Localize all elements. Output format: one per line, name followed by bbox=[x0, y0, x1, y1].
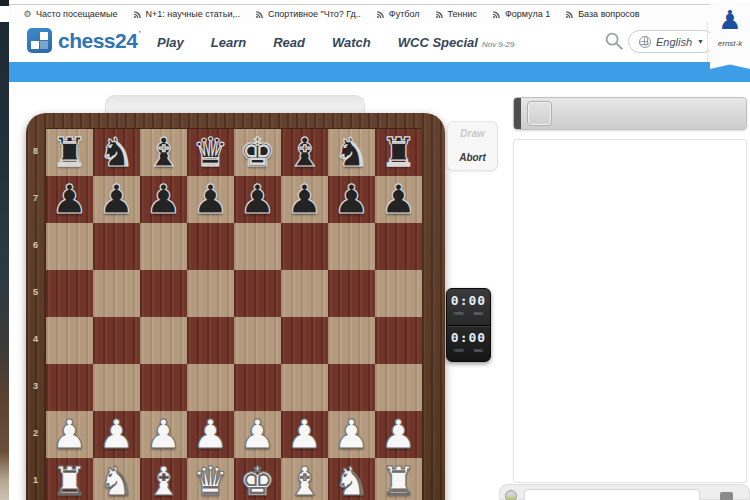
square-d7[interactable]: ♟ bbox=[187, 176, 234, 223]
abort-button[interactable]: Abort bbox=[448, 146, 497, 170]
clock-top-sec-label: sec bbox=[474, 310, 483, 316]
chess24-logo-icon bbox=[27, 28, 52, 53]
clock-bottom-sec-label: sec bbox=[474, 347, 483, 353]
square-e3[interactable] bbox=[234, 364, 281, 411]
square-c3[interactable] bbox=[140, 364, 187, 411]
square-b4[interactable] bbox=[93, 317, 140, 364]
globe-icon bbox=[639, 36, 651, 48]
white-pawn: ♟ bbox=[287, 411, 323, 458]
square-h1[interactable]: ♜ bbox=[375, 458, 422, 500]
black-queen: ♛ bbox=[193, 129, 229, 176]
main-nav: PlayLearnReadWatchWCC SpecialNov 9-29 bbox=[157, 22, 514, 62]
user-name: ernst-k bbox=[710, 39, 750, 48]
clock-bottom-time: 0:00 bbox=[447, 329, 490, 347]
language-dropdown[interactable]: English ▼ bbox=[628, 30, 715, 53]
gear-icon: ⚙ bbox=[23, 10, 32, 19]
square-f4[interactable] bbox=[281, 317, 328, 364]
logo-text: chess24’ bbox=[58, 29, 140, 53]
white-pawn: ♟ bbox=[99, 411, 135, 458]
square-d1[interactable]: ♛ bbox=[187, 458, 234, 500]
search-icon[interactable] bbox=[603, 30, 627, 54]
bookmark-item[interactable]: ⚙Часто посещаемые bbox=[23, 9, 118, 19]
square-b3[interactable] bbox=[93, 364, 140, 411]
square-h2[interactable]: ♟ bbox=[375, 411, 422, 458]
user-badge[interactable]: ♟ ernst-k bbox=[710, 3, 750, 69]
black-rook: ♜ bbox=[381, 129, 417, 176]
nav-item-play[interactable]: Play bbox=[157, 35, 184, 50]
rss-icon bbox=[435, 10, 444, 19]
nav-item-wcc-special[interactable]: WCC SpecialNov 9-29 bbox=[398, 35, 515, 50]
accent-bar bbox=[9, 62, 750, 82]
nav-item-learn[interactable]: Learn bbox=[211, 35, 246, 50]
bookmarks-bar: ⚙Часто посещаемыеN+1: научные статьи,..С… bbox=[9, 6, 750, 22]
clock-top-time: 0:00 bbox=[447, 292, 490, 310]
square-c2[interactable]: ♟ bbox=[140, 411, 187, 458]
rank-label-3: 3 bbox=[26, 363, 45, 410]
square-c5[interactable] bbox=[140, 270, 187, 317]
square-a6[interactable] bbox=[46, 223, 93, 270]
bookmark-item[interactable]: Спортивное "Что? Гд.. bbox=[255, 9, 361, 19]
board-grid: ♜♞♝♛♚♝♞♜♟♟♟♟♟♟♟♟♟♟♟♟♟♟♟♟♜♞♝♛♚♝♞♜ bbox=[45, 128, 421, 500]
square-g1[interactable]: ♞ bbox=[328, 458, 375, 500]
black-rook: ♜ bbox=[52, 129, 88, 176]
square-g4[interactable] bbox=[328, 317, 375, 364]
white-bishop: ♝ bbox=[146, 458, 182, 500]
bookmark-item[interactable]: Теннис bbox=[435, 9, 477, 19]
white-pawn: ♟ bbox=[381, 411, 417, 458]
white-queen: ♛ bbox=[193, 458, 229, 500]
square-d8[interactable]: ♛ bbox=[187, 129, 234, 176]
clock-bottom-min-label: min bbox=[454, 347, 464, 353]
square-b6[interactable] bbox=[93, 223, 140, 270]
square-c7[interactable]: ♟ bbox=[140, 176, 187, 223]
clock-top: 0:00 min sec bbox=[447, 289, 490, 325]
square-b1[interactable]: ♞ bbox=[93, 458, 140, 500]
black-knight: ♞ bbox=[334, 129, 370, 176]
nav-item-watch[interactable]: Watch bbox=[332, 35, 371, 50]
rss-icon bbox=[492, 10, 501, 19]
black-pawn: ♟ bbox=[146, 176, 182, 223]
nav-item-subtext: Nov 9-29 bbox=[482, 40, 514, 49]
black-pawn: ♟ bbox=[99, 176, 135, 223]
rank-label-4: 4 bbox=[26, 316, 45, 363]
black-pawn: ♟ bbox=[334, 176, 370, 223]
square-c4[interactable] bbox=[140, 317, 187, 364]
browser-corner bbox=[0, 0, 9, 6]
square-f6[interactable] bbox=[281, 223, 328, 270]
square-e7[interactable]: ♟ bbox=[234, 176, 281, 223]
bookmark-label: База вопросов bbox=[578, 9, 639, 19]
chat-input[interactable] bbox=[524, 489, 700, 500]
bookmark-label: Часто посещаемые bbox=[36, 9, 118, 19]
chevron-down-icon: ▼ bbox=[697, 38, 704, 45]
square-g2[interactable]: ♟ bbox=[328, 411, 375, 458]
white-knight: ♞ bbox=[99, 458, 135, 500]
toolbar-grip[interactable] bbox=[514, 98, 521, 129]
background-photo-strip bbox=[0, 22, 9, 500]
chat-bar bbox=[499, 484, 750, 500]
toolbar-slot-button[interactable] bbox=[527, 101, 552, 126]
black-pawn: ♟ bbox=[381, 176, 417, 223]
page: ⚙Часто посещаемыеN+1: научные статьи,..С… bbox=[0, 0, 750, 500]
send-button[interactable] bbox=[720, 492, 733, 500]
white-pawn: ♟ bbox=[193, 411, 229, 458]
square-e1[interactable]: ♚ bbox=[234, 458, 281, 500]
square-c6[interactable] bbox=[140, 223, 187, 270]
square-b2[interactable]: ♟ bbox=[93, 411, 140, 458]
black-pawn: ♟ bbox=[52, 176, 88, 223]
square-h8[interactable]: ♜ bbox=[375, 129, 422, 176]
square-e2[interactable]: ♟ bbox=[234, 411, 281, 458]
square-d3[interactable] bbox=[187, 364, 234, 411]
square-b8[interactable]: ♞ bbox=[93, 129, 140, 176]
site-header: chess24’ PlayLearnReadWatchWCC SpecialNo… bbox=[9, 22, 750, 62]
user-pawn-icon: ♟ bbox=[710, 3, 750, 37]
rss-icon bbox=[565, 10, 574, 19]
square-d5[interactable] bbox=[187, 270, 234, 317]
rss-icon bbox=[376, 10, 385, 19]
square-a8[interactable]: ♜ bbox=[46, 129, 93, 176]
square-f2[interactable]: ♟ bbox=[281, 411, 328, 458]
white-king: ♚ bbox=[240, 458, 276, 500]
square-e5[interactable] bbox=[234, 270, 281, 317]
black-pawn: ♟ bbox=[240, 176, 276, 223]
black-pawn: ♟ bbox=[193, 176, 229, 223]
header-divider bbox=[707, 22, 708, 62]
rank-label-7: 7 bbox=[26, 175, 45, 222]
bookmark-label: Теннис bbox=[448, 9, 477, 19]
white-pawn: ♟ bbox=[334, 411, 370, 458]
square-h5[interactable] bbox=[375, 270, 422, 317]
bookmark-item[interactable]: База вопросов bbox=[565, 9, 639, 19]
square-e6[interactable] bbox=[234, 223, 281, 270]
square-a3[interactable] bbox=[46, 364, 93, 411]
square-e8[interactable]: ♚ bbox=[234, 129, 281, 176]
square-f8[interactable]: ♝ bbox=[281, 129, 328, 176]
bookmark-item[interactable]: Формула 1 bbox=[492, 9, 550, 19]
rss-icon bbox=[133, 10, 142, 19]
chat-panel bbox=[513, 139, 747, 483]
white-knight: ♞ bbox=[334, 458, 370, 500]
smiley-icon[interactable] bbox=[505, 490, 517, 500]
square-d6[interactable] bbox=[187, 223, 234, 270]
white-pawn: ♟ bbox=[146, 411, 182, 458]
bookmark-item[interactable]: Футбол bbox=[376, 9, 420, 19]
square-e4[interactable] bbox=[234, 317, 281, 364]
square-f3[interactable] bbox=[281, 364, 328, 411]
bookmark-item[interactable]: N+1: научные статьи,.. bbox=[133, 9, 240, 19]
square-h3[interactable] bbox=[375, 364, 422, 411]
black-king: ♚ bbox=[240, 129, 276, 176]
square-a2[interactable]: ♟ bbox=[46, 411, 93, 458]
rank-label-6: 6 bbox=[26, 222, 45, 269]
right-toolbar bbox=[513, 97, 747, 130]
game-clock: 0:00 min sec 0:00 min sec bbox=[446, 288, 491, 362]
rank-label-2: 2 bbox=[26, 410, 45, 457]
square-b5[interactable] bbox=[93, 270, 140, 317]
rss-icon bbox=[255, 10, 264, 19]
square-a7[interactable]: ♟ bbox=[46, 176, 93, 223]
draw-button[interactable]: Draw bbox=[448, 122, 497, 146]
nav-item-read[interactable]: Read bbox=[273, 35, 305, 50]
bookmark-label: Спортивное "Что? Гд.. bbox=[268, 9, 361, 19]
square-h6[interactable] bbox=[375, 223, 422, 270]
black-bishop: ♝ bbox=[146, 129, 182, 176]
square-g5[interactable] bbox=[328, 270, 375, 317]
bookmark-label: Формула 1 bbox=[505, 9, 550, 19]
square-h4[interactable] bbox=[375, 317, 422, 364]
black-bishop: ♝ bbox=[287, 129, 323, 176]
square-c8[interactable]: ♝ bbox=[140, 129, 187, 176]
bookmark-label: N+1: научные статьи,.. bbox=[146, 9, 240, 19]
chess-board: 87654321 ♜♞♝♛♚♝♞♜♟♟♟♟♟♟♟♟♟♟♟♟♟♟♟♟♜♞♝♛♚♝♞… bbox=[26, 113, 445, 500]
white-rook: ♜ bbox=[381, 458, 417, 500]
white-pawn: ♟ bbox=[52, 411, 88, 458]
rank-label-8: 8 bbox=[26, 128, 45, 175]
chess24-logo[interactable]: chess24’ bbox=[27, 28, 140, 53]
clock-top-min-label: min bbox=[454, 310, 464, 316]
rank-labels: 87654321 bbox=[26, 128, 45, 500]
black-knight: ♞ bbox=[99, 129, 135, 176]
square-b7[interactable]: ♟ bbox=[93, 176, 140, 223]
rank-label-1: 1 bbox=[26, 457, 45, 500]
square-c1[interactable]: ♝ bbox=[140, 458, 187, 500]
square-h7[interactable]: ♟ bbox=[375, 176, 422, 223]
rank-label-5: 5 bbox=[26, 269, 45, 316]
bookmark-label: Футбол bbox=[389, 9, 420, 19]
white-pawn: ♟ bbox=[240, 411, 276, 458]
square-d4[interactable] bbox=[187, 317, 234, 364]
square-a5[interactable] bbox=[46, 270, 93, 317]
square-d2[interactable]: ♟ bbox=[187, 411, 234, 458]
address-bar-bottom bbox=[0, 0, 750, 5]
square-a1[interactable]: ♜ bbox=[46, 458, 93, 500]
game-controls: Draw Abort bbox=[447, 121, 498, 171]
square-f7[interactable]: ♟ bbox=[281, 176, 328, 223]
black-pawn: ♟ bbox=[287, 176, 323, 223]
square-f5[interactable] bbox=[281, 270, 328, 317]
square-f1[interactable]: ♝ bbox=[281, 458, 328, 500]
square-g6[interactable] bbox=[328, 223, 375, 270]
square-g3[interactable] bbox=[328, 364, 375, 411]
square-g7[interactable]: ♟ bbox=[328, 176, 375, 223]
white-bishop: ♝ bbox=[287, 458, 323, 500]
language-label: English bbox=[656, 36, 692, 48]
square-g8[interactable]: ♞ bbox=[328, 129, 375, 176]
white-rook: ♜ bbox=[52, 458, 88, 500]
square-a4[interactable] bbox=[46, 317, 93, 364]
clock-bottom: 0:00 min sec bbox=[447, 325, 490, 361]
